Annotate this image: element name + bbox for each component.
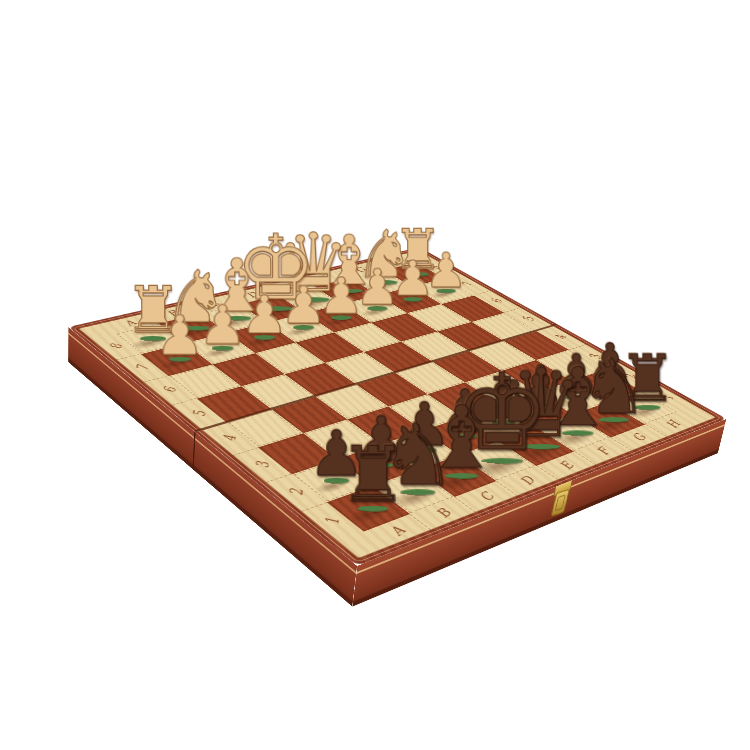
coord-label: 5: [520, 316, 537, 321]
coord-label: 6: [160, 387, 181, 394]
camera-tilt-wrapper: ABCDEFGH ABCDEFGH 87654321 87654321 ♜♞♝♚…: [0, 0, 750, 750]
coord-label: 7: [132, 365, 152, 371]
product-photo-stage: ABCDEFGH ABCDEFGH 87654321 87654321 ♜♞♝♚…: [0, 0, 750, 750]
coord-label: 4: [219, 435, 240, 442]
board-surface: ABCDEFGH ABCDEFGH 87654321 87654321 ♜♞♝♚…: [68, 247, 726, 566]
piece-glyph: ♜: [283, 439, 462, 512]
coord-label: A: [385, 524, 410, 538]
coord-label: 1: [321, 517, 343, 526]
perspective-scene: ABCDEFGH ABCDEFGH 87654321 87654321 ♜♞♝♚…: [0, 0, 750, 750]
coord-label: 6: [489, 299, 505, 304]
chessboard: ABCDEFGH ABCDEFGH 87654321 87654321 ♜♞♝♚…: [68, 247, 726, 566]
coord-label: 5: [189, 410, 210, 417]
piece-glyph: ♟: [103, 309, 256, 361]
